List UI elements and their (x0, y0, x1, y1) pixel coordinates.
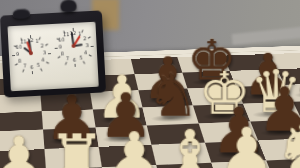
dial-tick (12, 55, 15, 56)
white-bishop-icon[interactable]: ♝ (161, 125, 218, 168)
clock-face: 123456789101112 123456789101112 (7, 22, 98, 92)
square-e2[interactable]: ♟ (211, 160, 274, 168)
white-knight-icon[interactable]: ♞ (274, 121, 300, 168)
dial-numeral: 6 (30, 64, 33, 70)
black-knight-icon[interactable]: ♞ (147, 69, 199, 123)
dial-numeral: 3 (85, 42, 88, 48)
dial-tick (22, 69, 24, 72)
dial-tick (54, 48, 57, 49)
dial-pin (72, 44, 76, 48)
chess-clock: 123456789101112 123456789101112 (0, 10, 106, 97)
dial-tick (90, 46, 93, 47)
dial-numeral: 1 (35, 38, 38, 44)
dial-tick (45, 44, 48, 46)
dial-numeral: 5 (79, 54, 82, 60)
white-pawn-icon[interactable]: ♟ (104, 127, 161, 168)
chess-game-scene: ♚♟♟♟♟♞♚♛♜♟♟♟♟♟♜♟♝♟♞ abcdefgh12345678 123… (0, 0, 300, 168)
dial-tick (74, 64, 75, 67)
white-pawn-icon[interactable]: ♟ (218, 123, 275, 168)
dial-tick (82, 61, 84, 64)
dial-numeral: 9 (16, 51, 19, 57)
dial-numeral: 7 (23, 62, 26, 68)
clock-dial-right: 123456789101112 (52, 24, 96, 68)
dial-numeral: 7 (66, 55, 69, 61)
dial-numeral: 6 (73, 56, 76, 62)
square-c2[interactable]: ♟ (101, 165, 161, 168)
dial-tick (64, 62, 66, 65)
dial-pin (29, 51, 33, 55)
clock-dial-left: 123456789101112 (9, 31, 53, 75)
square-b2[interactable]: ♜ (46, 167, 105, 168)
dial-tick (57, 56, 60, 58)
dial-numeral: 2 (83, 35, 86, 41)
dial-tick (14, 63, 17, 65)
dial-numeral: 5 (37, 61, 40, 67)
dial-tick (88, 54, 91, 56)
dial-numeral: 3 (43, 49, 46, 55)
dial-tick (87, 36, 90, 38)
dial-numeral: 2 (40, 43, 43, 49)
dial-numeral: 4 (41, 56, 44, 62)
dial-numeral: 9 (58, 44, 61, 50)
white-rook-icon[interactable]: ♜ (47, 129, 104, 168)
dial-tick (45, 62, 48, 64)
dial-numeral: 8 (18, 57, 21, 63)
dial-tick (40, 68, 42, 71)
dial-tick (47, 53, 50, 54)
clock-button-left[interactable] (13, 8, 31, 19)
dial-tick (31, 71, 32, 74)
dial-numeral: 11 (63, 31, 70, 37)
square-d2[interactable]: ♝ (157, 163, 219, 168)
dial-numeral: 4 (84, 49, 87, 55)
clock-button-right[interactable] (60, 0, 77, 13)
dial-numeral: 8 (61, 50, 64, 56)
white-pawn-icon[interactable]: ♟ (0, 132, 47, 168)
